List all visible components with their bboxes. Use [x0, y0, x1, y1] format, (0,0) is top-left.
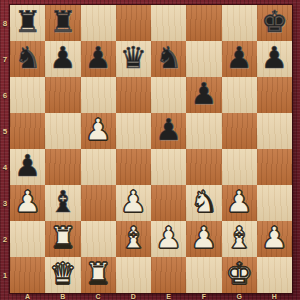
rank-labels: 87654321 [0, 5, 10, 293]
white-pawn-h2[interactable]: ♟ [261, 223, 288, 253]
black-queen-d7[interactable]: ♛ [120, 43, 147, 73]
white-bishop-g2[interactable]: ♝ [226, 223, 253, 253]
square-d6[interactable] [116, 77, 151, 113]
square-f3[interactable]: ♞ [186, 185, 221, 221]
square-f2[interactable]: ♟ [186, 221, 221, 257]
square-d3[interactable]: ♟ [116, 185, 151, 221]
white-pawn-f2[interactable]: ♟ [190, 223, 217, 253]
square-d8[interactable] [116, 5, 151, 41]
square-d2[interactable]: ♝ [116, 221, 151, 257]
square-f7[interactable] [186, 41, 221, 77]
square-f4[interactable] [186, 149, 221, 185]
square-e6[interactable] [151, 77, 186, 113]
square-a1[interactable] [10, 257, 45, 293]
white-pawn-a3[interactable]: ♟ [14, 187, 41, 217]
white-king-g1[interactable]: ♚ [226, 259, 253, 289]
white-pawn-d3[interactable]: ♟ [120, 187, 147, 217]
file-label-d: D [116, 293, 151, 300]
square-a3[interactable]: ♟ [10, 185, 45, 221]
black-pawn-e5[interactable]: ♟ [155, 115, 182, 145]
rank-label-5: 5 [0, 113, 10, 149]
black-pawn-a4[interactable]: ♟ [14, 151, 41, 181]
black-pawn-c7[interactable]: ♟ [85, 43, 112, 73]
square-g1[interactable]: ♚ [222, 257, 257, 293]
square-d4[interactable] [116, 149, 151, 185]
square-g4[interactable] [222, 149, 257, 185]
black-pawn-g7[interactable]: ♟ [226, 43, 253, 73]
white-pawn-g3[interactable]: ♟ [226, 187, 253, 217]
square-h2[interactable]: ♟ [257, 221, 292, 257]
square-c2[interactable] [81, 221, 116, 257]
rank-label-8: 8 [0, 5, 10, 41]
chess-board-frame: ♜♜♚♞♟♟♛♞♟♟♟♟♟♟♟♝♟♞♟♜♝♟♟♝♟♛♜♚ 87654321 AB… [0, 0, 300, 300]
square-d7[interactable]: ♛ [116, 41, 151, 77]
file-label-c: C [81, 293, 116, 300]
square-g3[interactable]: ♟ [222, 185, 257, 221]
square-g8[interactable] [222, 5, 257, 41]
square-b5[interactable] [45, 113, 80, 149]
square-b1[interactable]: ♛ [45, 257, 80, 293]
square-f1[interactable] [186, 257, 221, 293]
rank-label-2: 2 [0, 221, 10, 257]
square-b4[interactable] [45, 149, 80, 185]
file-label-h: H [257, 293, 292, 300]
square-e5[interactable]: ♟ [151, 113, 186, 149]
square-g2[interactable]: ♝ [222, 221, 257, 257]
square-h8[interactable]: ♚ [257, 5, 292, 41]
square-f8[interactable] [186, 5, 221, 41]
black-rook-b8[interactable]: ♜ [49, 7, 76, 37]
square-b7[interactable]: ♟ [45, 41, 80, 77]
square-h1[interactable] [257, 257, 292, 293]
rank-label-3: 3 [0, 185, 10, 221]
square-f5[interactable] [186, 113, 221, 149]
square-a7[interactable]: ♞ [10, 41, 45, 77]
black-pawn-b7[interactable]: ♟ [49, 43, 76, 73]
white-bishop-d2[interactable]: ♝ [120, 223, 147, 253]
square-c3[interactable] [81, 185, 116, 221]
rank-label-7: 7 [0, 41, 10, 77]
square-b6[interactable] [45, 77, 80, 113]
white-pawn-e2[interactable]: ♟ [155, 223, 182, 253]
square-e2[interactable]: ♟ [151, 221, 186, 257]
file-labels: ABCDEFGH [10, 293, 292, 300]
black-king-h8[interactable]: ♚ [261, 7, 288, 37]
square-c6[interactable] [81, 77, 116, 113]
black-knight-a7[interactable]: ♞ [14, 43, 41, 73]
square-h5[interactable] [257, 113, 292, 149]
white-rook-c1[interactable]: ♜ [85, 259, 112, 289]
chess-board: ♜♜♚♞♟♟♛♞♟♟♟♟♟♟♟♝♟♞♟♜♝♟♟♝♟♛♜♚ [10, 5, 292, 293]
square-d5[interactable] [116, 113, 151, 149]
square-g7[interactable]: ♟ [222, 41, 257, 77]
square-h3[interactable] [257, 185, 292, 221]
white-queen-b1[interactable]: ♛ [49, 259, 76, 289]
square-d1[interactable] [116, 257, 151, 293]
square-b2[interactable]: ♜ [45, 221, 80, 257]
square-b3[interactable]: ♝ [45, 185, 80, 221]
square-a2[interactable] [10, 221, 45, 257]
square-a4[interactable]: ♟ [10, 149, 45, 185]
square-a6[interactable] [10, 77, 45, 113]
square-g5[interactable] [222, 113, 257, 149]
square-c4[interactable] [81, 149, 116, 185]
black-rook-a8[interactable]: ♜ [14, 7, 41, 37]
square-e8[interactable] [151, 5, 186, 41]
black-pawn-f6[interactable]: ♟ [190, 79, 217, 109]
black-pawn-h7[interactable]: ♟ [261, 43, 288, 73]
rank-label-4: 4 [0, 149, 10, 185]
white-pawn-c5[interactable]: ♟ [85, 115, 112, 145]
file-label-f: F [186, 293, 221, 300]
square-c1[interactable]: ♜ [81, 257, 116, 293]
square-b8[interactable]: ♜ [45, 5, 80, 41]
black-bishop-b3[interactable]: ♝ [49, 187, 76, 217]
square-e4[interactable] [151, 149, 186, 185]
white-rook-b2[interactable]: ♜ [49, 223, 76, 253]
square-h6[interactable] [257, 77, 292, 113]
square-c7[interactable]: ♟ [81, 41, 116, 77]
rank-label-1: 1 [0, 257, 10, 293]
square-a5[interactable] [10, 113, 45, 149]
square-c5[interactable]: ♟ [81, 113, 116, 149]
file-label-a: A [10, 293, 45, 300]
square-g6[interactable] [222, 77, 257, 113]
square-e3[interactable] [151, 185, 186, 221]
square-a8[interactable]: ♜ [10, 5, 45, 41]
square-c8[interactable] [81, 5, 116, 41]
square-e1[interactable] [151, 257, 186, 293]
rank-label-6: 6 [0, 77, 10, 113]
file-label-b: B [45, 293, 80, 300]
file-label-g: G [222, 293, 257, 300]
square-e7[interactable]: ♞ [151, 41, 186, 77]
square-h4[interactable] [257, 149, 292, 185]
white-knight-f3[interactable]: ♞ [190, 187, 217, 217]
square-f6[interactable]: ♟ [186, 77, 221, 113]
square-h7[interactable]: ♟ [257, 41, 292, 77]
black-knight-e7[interactable]: ♞ [155, 43, 182, 73]
file-label-e: E [151, 293, 186, 300]
